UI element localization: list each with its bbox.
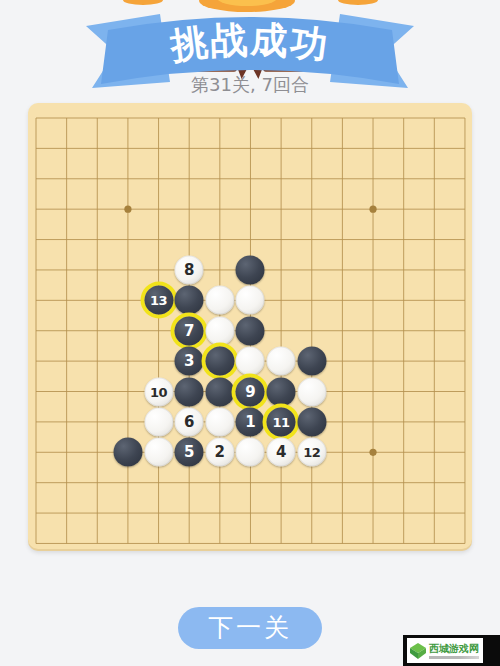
stone-black <box>267 377 296 406</box>
stone-black-move-7: 7 <box>175 316 204 345</box>
stone-black <box>236 316 265 345</box>
stone-white <box>205 407 234 436</box>
stone-black <box>236 255 265 284</box>
watermark-logo-icon <box>409 642 427 660</box>
stone-white <box>236 286 265 315</box>
stone-black-move-3: 3 <box>175 347 204 376</box>
move-number: 1 <box>245 414 255 429</box>
stone-black-move-1: 1 <box>236 407 265 436</box>
move-number: 5 <box>184 445 194 460</box>
watermark-texts: 西城游戏网 <box>429 643 479 659</box>
move-number: 8 <box>184 262 194 277</box>
move-number: 10 <box>150 385 167 398</box>
move-number: 7 <box>184 323 194 338</box>
stone-white-move-8: 8 <box>175 255 204 284</box>
stone-black <box>297 407 326 436</box>
star-point <box>369 206 376 213</box>
gomoku-board: 81373109611152412 <box>28 103 472 551</box>
move-number: 13 <box>150 294 167 307</box>
stone-white <box>297 377 326 406</box>
stone-black <box>175 286 204 315</box>
stone-white-move-2: 2 <box>205 438 234 467</box>
stone-black <box>205 347 234 376</box>
watermark-site-name: 西城游戏网 <box>429 643 479 655</box>
app-screen: 挑战成功 第31关, 7回合 81373109611152412 下一关 西城游… <box>0 0 500 666</box>
move-number: 3 <box>184 354 194 369</box>
stone-black-move-11: 11 <box>267 407 296 436</box>
stone-black <box>175 377 204 406</box>
watermark-box: 西城游戏网 <box>407 638 483 663</box>
stone-black-move-13: 13 <box>144 286 173 315</box>
stone-white <box>205 286 234 315</box>
move-number: 2 <box>215 445 225 460</box>
stone-white <box>144 438 173 467</box>
stone-white <box>144 407 173 436</box>
stone-white-move-6: 6 <box>175 407 204 436</box>
next-level-button[interactable]: 下一关 <box>178 607 322 649</box>
stone-white <box>267 347 296 376</box>
move-number: 4 <box>276 445 286 460</box>
star-point <box>124 206 131 213</box>
stone-white <box>236 438 265 467</box>
stone-black <box>113 438 142 467</box>
star-point <box>369 449 376 456</box>
stone-black-move-9: 9 <box>236 377 265 406</box>
stone-black-move-5: 5 <box>175 438 204 467</box>
watermark-subtext <box>429 656 479 659</box>
move-number: 6 <box>184 414 194 429</box>
stone-white <box>236 347 265 376</box>
stone-white-move-10: 10 <box>144 377 173 406</box>
watermark: 西城游戏网 <box>403 635 500 666</box>
stone-black <box>297 347 326 376</box>
stone-black <box>205 377 234 406</box>
move-number: 12 <box>303 446 320 459</box>
move-number: 11 <box>273 415 290 428</box>
stone-white <box>205 316 234 345</box>
level-info: 第31关, 7回合 <box>0 73 500 97</box>
confetti-gold-decoration <box>123 0 378 12</box>
move-number: 9 <box>245 384 255 399</box>
stone-white-move-4: 4 <box>267 438 296 467</box>
stone-white-move-12: 12 <box>297 438 326 467</box>
